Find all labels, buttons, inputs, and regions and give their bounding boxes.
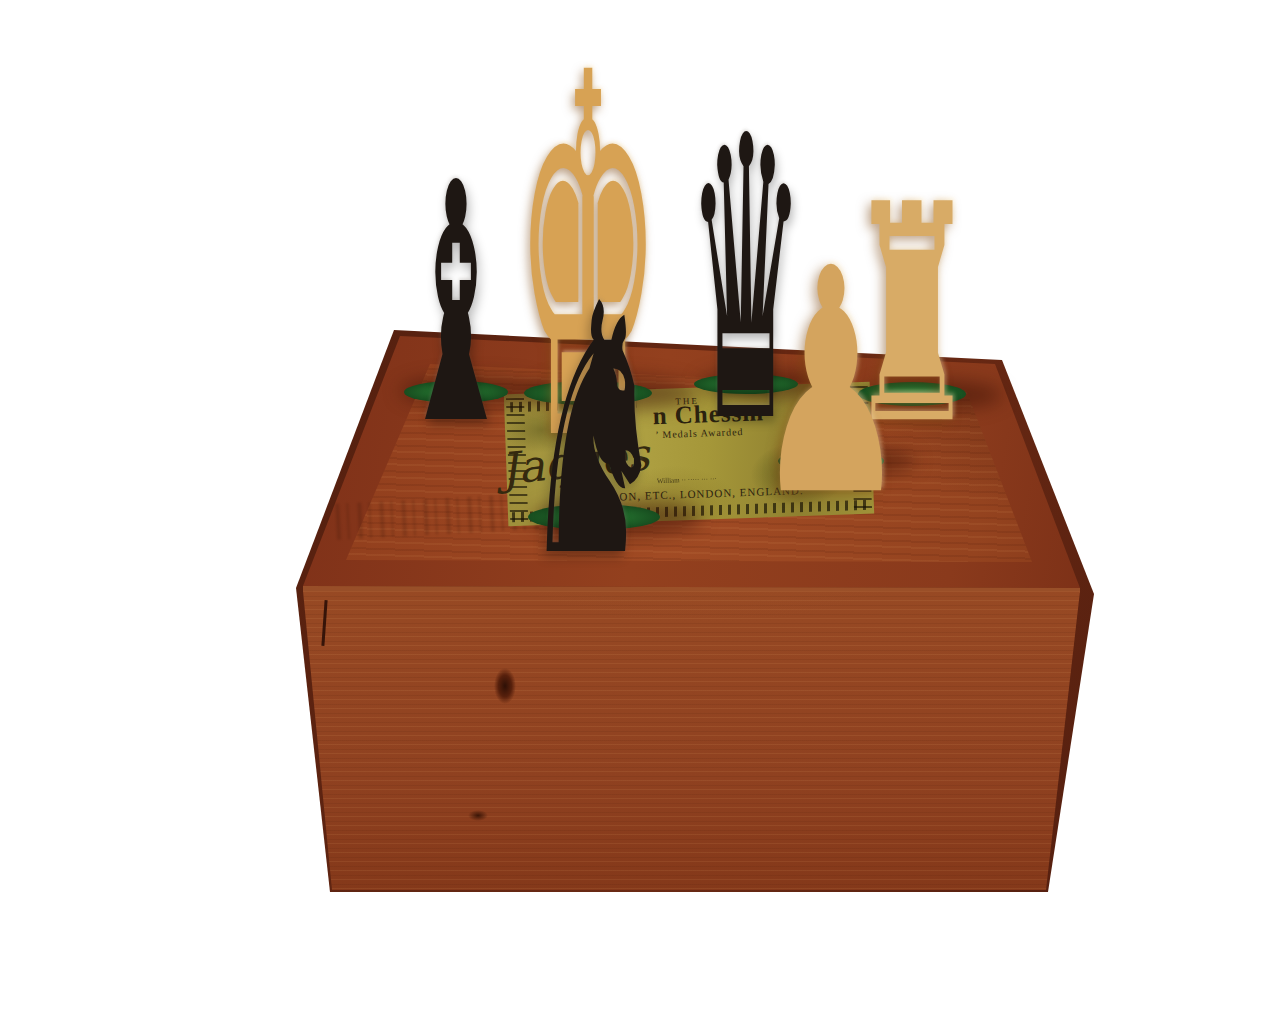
black-knight-piece: ♞ bbox=[520, 259, 668, 604]
photo-scene: THE n Chessm ’ Medals Awarded Jaques Wil… bbox=[0, 0, 1280, 1024]
wood-knot-large bbox=[494, 668, 516, 704]
wood-knot-small bbox=[468, 810, 488, 821]
black-bishop-piece: ♝ bbox=[397, 140, 515, 470]
white-pawn-piece: ♟ bbox=[755, 228, 908, 538]
